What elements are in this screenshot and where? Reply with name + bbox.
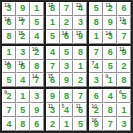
cell-digit: 1 xyxy=(94,32,99,41)
cell-digit: 2 xyxy=(50,120,55,129)
cell-r2c8[interactable]: 9 xyxy=(103,16,117,30)
cell-r5c3[interactable]: 8 xyxy=(30,60,44,74)
cage-sum: 9 xyxy=(4,90,7,95)
cell-r9c8[interactable]: 7 xyxy=(103,117,117,131)
cell-digit: 2 xyxy=(64,18,69,27)
cell-r3c9[interactable]: 7 xyxy=(117,30,131,44)
cage-sum: 14 xyxy=(62,31,67,36)
cell-digit: 7 xyxy=(64,4,69,13)
cage-sum: 7 xyxy=(91,61,94,66)
cage-sum: 6 xyxy=(119,90,122,95)
cell-r7c9[interactable]: 65 xyxy=(117,89,131,103)
cell-r4c2[interactable]: 3 xyxy=(16,46,30,60)
cage-sum: 10 xyxy=(91,104,96,109)
cell-r8c8[interactable]: 8 xyxy=(103,103,117,117)
cage-sum: 11 xyxy=(18,61,23,66)
cell-r9c3[interactable]: 6 xyxy=(30,117,44,131)
cell-r3c6[interactable]: 179 xyxy=(73,30,87,44)
cell-r6c8[interactable]: 91 xyxy=(103,73,117,87)
cell-digit: 1 xyxy=(64,120,69,129)
cell-r3c5[interactable]: 146 xyxy=(60,30,74,44)
cell-digit: 5 xyxy=(78,120,83,129)
cell-r9c1[interactable]: 4 xyxy=(2,117,16,131)
cell-r3c8[interactable]: 143 xyxy=(103,30,117,44)
cell-digit: 5 xyxy=(20,106,25,115)
cell-r1c9[interactable]: 6 xyxy=(117,2,131,16)
cell-r5c7[interactable]: 74 xyxy=(89,60,103,74)
cage-sum: 14 xyxy=(105,31,110,36)
cell-r6c7[interactable]: 3 xyxy=(89,73,103,87)
cell-r6c6[interactable]: 2 xyxy=(73,73,87,87)
cell-r7c5[interactable]: 8 xyxy=(60,89,74,103)
cell-r7c1[interactable]: 92 xyxy=(2,89,16,103)
cell-r3c4[interactable]: 5 xyxy=(46,30,60,44)
cage-sum: 15 xyxy=(18,31,23,36)
cell-r1c6[interactable]: 124 xyxy=(73,2,87,16)
cell-r8c5[interactable]: 54 xyxy=(60,103,74,117)
box-8: 98711354116215 xyxy=(45,88,89,132)
cell-digit: 4 xyxy=(34,32,39,41)
cell-r1c3[interactable]: 1 xyxy=(30,2,44,16)
cell-digit: 4 xyxy=(108,92,113,101)
cell-digit: 5 xyxy=(122,92,127,101)
cell-r4c5[interactable]: 5 xyxy=(60,46,74,60)
cell-r5c1[interactable]: 149 xyxy=(2,60,16,74)
cell-r2c4[interactable]: 1 xyxy=(46,16,60,30)
cell-r7c6[interactable]: 7 xyxy=(73,89,87,103)
cell-digit: 7 xyxy=(108,120,113,129)
cage-sum: 11 xyxy=(75,104,80,109)
cell-digit: 4 xyxy=(6,120,11,129)
cell-digit: 6 xyxy=(122,4,127,13)
cell-r1c5[interactable]: 7 xyxy=(60,2,74,16)
cell-r7c8[interactable]: 4 xyxy=(103,89,117,103)
box-4: 13102149116854147 xyxy=(1,45,45,89)
cell-digit: 3 xyxy=(122,120,127,129)
cell-r4c3[interactable]: 102 xyxy=(30,46,44,60)
cell-digit: 1 xyxy=(122,106,127,115)
cell-r5c4[interactable]: 7 xyxy=(46,60,60,74)
cell-digit: 5 xyxy=(6,76,11,85)
cell-digit: 9 xyxy=(64,76,69,85)
cell-digit: 9 xyxy=(20,4,25,13)
cell-digit: 6 xyxy=(34,120,39,129)
cell-digit: 7 xyxy=(78,92,83,101)
cell-digit: 5 xyxy=(108,62,113,71)
cell-r4c8[interactable]: 6 xyxy=(103,46,117,60)
cell-digit: 1 xyxy=(34,4,39,13)
cell-digit: 8 xyxy=(64,92,69,101)
cell-r2c7[interactable]: 8 xyxy=(89,16,103,30)
cell-r8c2[interactable]: 5 xyxy=(16,103,30,117)
cell-digit: 2 xyxy=(122,62,127,71)
cell-digit: 1 xyxy=(108,76,113,85)
box-1: 13391146127581524 xyxy=(1,1,45,45)
cell-digit: 7 xyxy=(122,32,127,41)
cell-digit: 1 xyxy=(78,62,83,71)
sudoku-board: 1339114612758152417871241235146179511268… xyxy=(0,0,133,133)
cell-digit: 2 xyxy=(78,76,83,85)
cell-r5c9[interactable]: 2 xyxy=(117,60,131,74)
cell-r7c7[interactable]: 6 xyxy=(89,89,103,103)
cage-sum: 14 xyxy=(4,61,9,66)
cage-sum: 17 xyxy=(75,31,80,36)
cell-r8c9[interactable]: 1 xyxy=(117,103,131,117)
cell-r3c7[interactable]: 1 xyxy=(89,30,103,44)
cell-r1c2[interactable]: 9 xyxy=(16,2,30,16)
cell-r3c3[interactable]: 4 xyxy=(30,30,44,44)
cage-sum: 9 xyxy=(105,74,108,79)
cell-r2c1[interactable]: 146 xyxy=(2,16,16,30)
cell-digit: 8 xyxy=(108,106,113,115)
cell-digit: 1 xyxy=(50,18,55,27)
cell-r4c4[interactable]: 4 xyxy=(46,46,60,60)
cell-r2c9[interactable]: 114 xyxy=(117,16,131,30)
cell-digit: 3 xyxy=(20,48,25,57)
cage-sum: 11 xyxy=(119,47,124,52)
cell-r4c6[interactable]: 8 xyxy=(73,46,87,60)
cage-sum: 11 xyxy=(105,3,110,8)
cell-r2c6[interactable]: 3 xyxy=(73,16,87,30)
cell-r8c3[interactable]: 9 xyxy=(30,103,44,117)
cell-digit: 5 xyxy=(64,48,69,57)
cell-r4c7[interactable]: 7 xyxy=(89,46,103,60)
cage-sum: 13 xyxy=(4,3,9,8)
cell-digit: 8 xyxy=(6,32,11,41)
cell-r2c2[interactable]: 127 xyxy=(16,16,30,30)
cell-r8c6[interactable]: 116 xyxy=(73,103,87,117)
cell-r5c5[interactable]: 3 xyxy=(60,60,74,74)
cell-r6c9[interactable]: 8 xyxy=(117,73,131,87)
cell-digit: 8 xyxy=(94,18,99,27)
cage-sum: 14 xyxy=(32,74,37,79)
cell-r6c2[interactable]: 4 xyxy=(16,73,30,87)
cell-digit: 5 xyxy=(94,4,99,13)
cell-r9c4[interactable]: 2 xyxy=(46,117,60,131)
box-3: 511268911411437 xyxy=(88,1,132,45)
cell-digit: 1 xyxy=(20,92,25,101)
cell-r5c2[interactable]: 116 xyxy=(16,60,30,74)
cell-digit: 4 xyxy=(20,76,25,85)
cell-digit: 3 xyxy=(64,62,69,71)
box-6: 7611974523918 xyxy=(88,45,132,89)
cell-r5c8[interactable]: 5 xyxy=(103,60,117,74)
cage-sum: 11 xyxy=(119,17,124,22)
cell-digit: 8 xyxy=(78,48,83,57)
cell-r6c5[interactable]: 9 xyxy=(60,73,74,87)
cell-r7c3[interactable]: 3 xyxy=(30,89,44,103)
cell-r7c4[interactable]: 9 xyxy=(46,89,60,103)
cell-digit: 9 xyxy=(108,18,113,27)
cell-r9c5[interactable]: 1 xyxy=(60,117,74,131)
cell-r6c4[interactable]: 156 xyxy=(46,73,60,87)
cage-sum: 15 xyxy=(48,74,53,79)
cell-digit: 8 xyxy=(122,76,127,85)
cell-r4c9[interactable]: 119 xyxy=(117,46,131,60)
cell-digit: 2 xyxy=(6,92,11,101)
box-9: 64651028116973 xyxy=(88,88,132,132)
cell-r1c8[interactable]: 112 xyxy=(103,2,117,16)
cage-sum: 10 xyxy=(32,47,37,52)
cell-digit: 7 xyxy=(94,48,99,57)
cage-sum: 16 xyxy=(91,118,96,123)
cell-r8c7[interactable]: 102 xyxy=(89,103,103,117)
cell-r2c5[interactable]: 2 xyxy=(60,16,74,30)
cell-digit: 9 xyxy=(34,106,39,115)
cell-r1c7[interactable]: 5 xyxy=(89,2,103,16)
cell-digit: 5 xyxy=(50,32,55,41)
cell-r4c1[interactable]: 1 xyxy=(2,46,16,60)
cell-r5c6[interactable]: 1 xyxy=(73,60,87,74)
cell-digit: 4 xyxy=(50,48,55,57)
box-2: 17871241235146179 xyxy=(45,1,89,45)
cell-digit: 7 xyxy=(6,106,11,115)
cage-sum: 11 xyxy=(48,104,53,109)
cell-digit: 7 xyxy=(50,62,55,71)
cell-r9c9[interactable]: 3 xyxy=(117,117,131,131)
cell-digit: 3 xyxy=(94,76,99,85)
cell-r9c7[interactable]: 169 xyxy=(89,117,103,131)
cell-digit: 4 xyxy=(64,106,69,115)
cell-r8c4[interactable]: 113 xyxy=(46,103,60,117)
cage-sum: 17 xyxy=(48,3,53,8)
cell-digit: 1 xyxy=(6,48,11,57)
cell-r8c1[interactable]: 7 xyxy=(2,103,16,117)
cell-digit: 8 xyxy=(34,62,39,71)
cell-digit: 3 xyxy=(34,92,39,101)
cell-digit: 9 xyxy=(50,92,55,101)
cage-sum: 12 xyxy=(75,3,80,8)
cell-digit: 6 xyxy=(108,48,113,57)
cell-r7c2[interactable]: 1 xyxy=(16,89,30,103)
box-7: 9213759486 xyxy=(1,88,45,132)
cell-r1c1[interactable]: 133 xyxy=(2,2,16,16)
cell-r3c1[interactable]: 8 xyxy=(2,30,16,44)
cell-r3c2[interactable]: 152 xyxy=(16,30,30,44)
cell-r2c3[interactable]: 5 xyxy=(30,16,44,30)
cell-digit: 5 xyxy=(34,18,39,27)
cell-digit: 8 xyxy=(20,120,25,129)
box-5: 45873115692 xyxy=(45,45,89,89)
cage-sum: 5 xyxy=(62,104,65,109)
cell-digit: 3 xyxy=(78,18,83,27)
cell-digit: 6 xyxy=(94,92,99,101)
cell-r9c6[interactable]: 5 xyxy=(73,117,87,131)
cage-sum: 12 xyxy=(18,17,23,22)
cell-r6c1[interactable]: 5 xyxy=(2,73,16,87)
cage-sum: 14 xyxy=(4,17,9,22)
cell-r6c3[interactable]: 147 xyxy=(30,73,44,87)
cell-r9c2[interactable]: 8 xyxy=(16,117,30,131)
cell-digit: 4 xyxy=(94,62,99,71)
cell-r1c4[interactable]: 178 xyxy=(46,2,60,16)
